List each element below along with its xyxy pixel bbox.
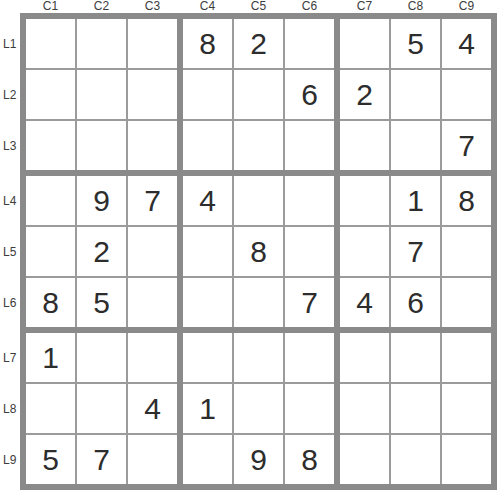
cell-L1C1[interactable] xyxy=(26,19,75,68)
cell-L5C2[interactable]: 2 xyxy=(77,227,126,276)
cell-L8C4[interactable]: 1 xyxy=(183,384,232,433)
cell-L6C2[interactable]: 5 xyxy=(77,278,126,327)
row-label-L7: L7 xyxy=(0,333,20,382)
column-label-C1: C1 xyxy=(26,0,75,13)
cell-L4C8[interactable]: 1 xyxy=(391,176,440,225)
cell-L4C3[interactable]: 7 xyxy=(128,176,177,225)
cell-L4C6[interactable] xyxy=(285,176,334,225)
cell-L2C8[interactable] xyxy=(391,70,440,119)
column-label-C9: C9 xyxy=(442,0,491,13)
block-2-2: 487 xyxy=(183,176,334,327)
cell-L3C3[interactable] xyxy=(128,121,177,170)
cell-L5C5[interactable]: 8 xyxy=(234,227,283,276)
cell-L2C1[interactable] xyxy=(26,70,75,119)
cell-L2C2[interactable] xyxy=(77,70,126,119)
cell-L8C2[interactable] xyxy=(77,384,126,433)
cell-L2C4[interactable] xyxy=(183,70,232,119)
cell-L5C7[interactable] xyxy=(340,227,389,276)
column-label-C6: C6 xyxy=(285,0,334,13)
cell-L2C3[interactable] xyxy=(128,70,177,119)
cell-L9C1[interactable]: 5 xyxy=(26,435,75,484)
sudoku-board: 826542797285487187461457198 xyxy=(20,13,497,490)
cell-L5C1[interactable] xyxy=(26,227,75,276)
row-label-L5: L5 xyxy=(0,227,20,276)
cell-L1C3[interactable] xyxy=(128,19,177,68)
block-1-2: 826 xyxy=(183,19,334,170)
cell-L9C8[interactable] xyxy=(391,435,440,484)
cell-L9C5[interactable]: 9 xyxy=(234,435,283,484)
cell-L9C6[interactable]: 8 xyxy=(285,435,334,484)
cell-L3C1[interactable] xyxy=(26,121,75,170)
row-labels: L1L2L3L4L5L6L7L8L9 xyxy=(0,13,20,484)
cell-L7C1[interactable]: 1 xyxy=(26,333,75,382)
cell-L1C2[interactable] xyxy=(77,19,126,68)
cell-L3C4[interactable] xyxy=(183,121,232,170)
cell-L8C1[interactable] xyxy=(26,384,75,433)
row-label-L3: L3 xyxy=(0,121,20,170)
cell-L8C7[interactable] xyxy=(340,384,389,433)
cell-L7C7[interactable] xyxy=(340,333,389,382)
cell-L2C5[interactable] xyxy=(234,70,283,119)
cell-L4C7[interactable] xyxy=(340,176,389,225)
block-2-3: 18746 xyxy=(340,176,491,327)
cell-L3C2[interactable] xyxy=(77,121,126,170)
cell-L9C2[interactable]: 7 xyxy=(77,435,126,484)
cell-L5C4[interactable] xyxy=(183,227,232,276)
cell-L7C6[interactable] xyxy=(285,333,334,382)
column-label-C8: C8 xyxy=(391,0,440,13)
block-3-1: 1457 xyxy=(26,333,177,484)
cell-L3C5[interactable] xyxy=(234,121,283,170)
cell-L1C8[interactable]: 5 xyxy=(391,19,440,68)
cell-L2C9[interactable] xyxy=(442,70,491,119)
cell-L5C8[interactable]: 7 xyxy=(391,227,440,276)
block-1-1 xyxy=(26,19,177,170)
block-1-3: 5427 xyxy=(340,19,491,170)
row-label-group-2: L4L5L6 xyxy=(0,176,20,327)
cell-L4C5[interactable] xyxy=(234,176,283,225)
cell-L8C6[interactable] xyxy=(285,384,334,433)
cell-L5C3[interactable] xyxy=(128,227,177,276)
cell-L4C2[interactable]: 9 xyxy=(77,176,126,225)
cell-L6C3[interactable] xyxy=(128,278,177,327)
cell-L6C6[interactable]: 7 xyxy=(285,278,334,327)
cell-L8C3[interactable]: 4 xyxy=(128,384,177,433)
cell-L9C7[interactable] xyxy=(340,435,389,484)
cell-L3C8[interactable] xyxy=(391,121,440,170)
cell-L2C7[interactable]: 2 xyxy=(340,70,389,119)
cell-L1C4[interactable]: 8 xyxy=(183,19,232,68)
cell-L6C9[interactable] xyxy=(442,278,491,327)
cell-L7C9[interactable] xyxy=(442,333,491,382)
block-2-1: 97285 xyxy=(26,176,177,327)
row-label-L8: L8 xyxy=(0,384,20,433)
cell-L6C4[interactable] xyxy=(183,278,232,327)
cell-L4C9[interactable]: 8 xyxy=(442,176,491,225)
block-3-2: 198 xyxy=(183,333,334,484)
cell-L7C5[interactable] xyxy=(234,333,283,382)
column-label-group-1: C1C2C3 xyxy=(26,0,177,13)
cell-L6C5[interactable] xyxy=(234,278,283,327)
cell-L5C6[interactable] xyxy=(285,227,334,276)
column-labels: C1C2C3C4C5C6C7C8C9 xyxy=(20,0,491,13)
cell-L7C8[interactable] xyxy=(391,333,440,382)
cell-L7C2[interactable] xyxy=(77,333,126,382)
row-label-L4: L4 xyxy=(0,176,20,225)
cell-L1C5[interactable]: 2 xyxy=(234,19,283,68)
cell-L3C7[interactable] xyxy=(340,121,389,170)
cell-L6C8[interactable]: 6 xyxy=(391,278,440,327)
cell-L8C9[interactable] xyxy=(442,384,491,433)
cell-L8C5[interactable] xyxy=(234,384,283,433)
cell-L6C1[interactable]: 8 xyxy=(26,278,75,327)
column-label-C3: C3 xyxy=(128,0,177,13)
row-label-L9: L9 xyxy=(0,435,20,484)
column-label-group-2: C4C5C6 xyxy=(183,0,334,13)
cell-L1C6[interactable] xyxy=(285,19,334,68)
column-label-group-3: C7C8C9 xyxy=(340,0,491,13)
row-label-group-1: L1L2L3 xyxy=(0,19,20,170)
cell-L8C8[interactable] xyxy=(391,384,440,433)
row-label-L6: L6 xyxy=(0,278,20,327)
column-label-C4: C4 xyxy=(183,0,232,13)
cell-L5C9[interactable] xyxy=(442,227,491,276)
sudoku-screen: C1C2C3C4C5C6C7C8C9 L1L2L3L4L5L6L7L8L9 82… xyxy=(0,0,500,492)
column-label-C7: C7 xyxy=(340,0,389,13)
column-label-C2: C2 xyxy=(77,0,126,13)
cell-L9C9[interactable] xyxy=(442,435,491,484)
cell-L7C3[interactable] xyxy=(128,333,177,382)
column-label-C5: C5 xyxy=(234,0,283,13)
cell-L9C3[interactable] xyxy=(128,435,177,484)
row-label-group-3: L7L8L9 xyxy=(0,333,20,484)
row-label-L2: L2 xyxy=(0,70,20,119)
cell-L9C4[interactable] xyxy=(183,435,232,484)
cell-L2C6[interactable]: 6 xyxy=(285,70,334,119)
cell-L1C7[interactable] xyxy=(340,19,389,68)
cell-L1C9[interactable]: 4 xyxy=(442,19,491,68)
block-3-3 xyxy=(340,333,491,484)
cell-L6C7[interactable]: 4 xyxy=(340,278,389,327)
cell-L7C4[interactable] xyxy=(183,333,232,382)
cell-L4C4[interactable]: 4 xyxy=(183,176,232,225)
cell-L3C6[interactable] xyxy=(285,121,334,170)
row-label-L1: L1 xyxy=(0,19,20,68)
cell-L3C9[interactable]: 7 xyxy=(442,121,491,170)
cell-L4C1[interactable] xyxy=(26,176,75,225)
